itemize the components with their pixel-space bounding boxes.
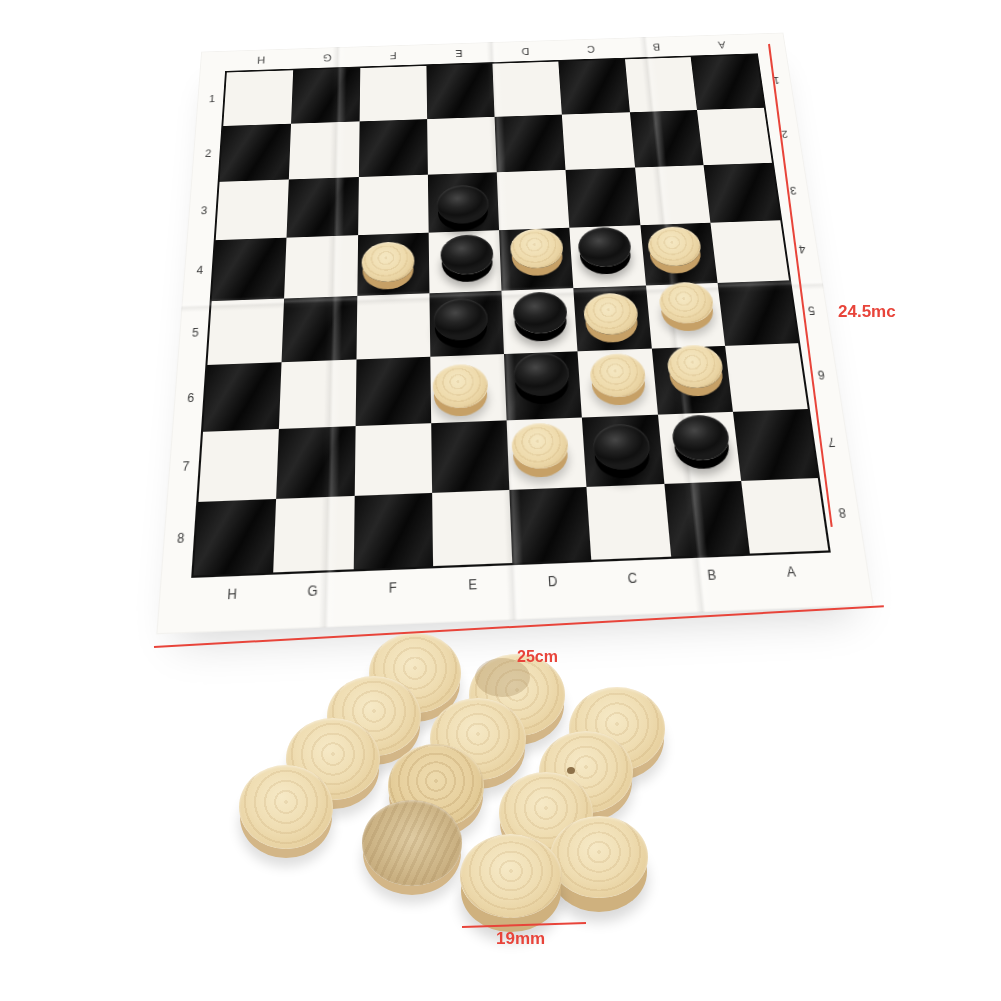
product-photo: HHGGFFEEDDCCBBAA1122334455667788 24.5mc … [0, 0, 1001, 1001]
wood-disc-10 [239, 765, 333, 849]
board-height-dimension-label: 24.5mc [838, 302, 896, 322]
wood-disc-12 [550, 816, 648, 898]
wood-disc-11 [362, 800, 462, 886]
wood-disc-13 [460, 834, 562, 918]
pieces-pile [0, 0, 1001, 1001]
board-width-dimension-label: 25cm [517, 648, 558, 666]
piece-diameter-dimension-label: 19mm [496, 929, 545, 949]
